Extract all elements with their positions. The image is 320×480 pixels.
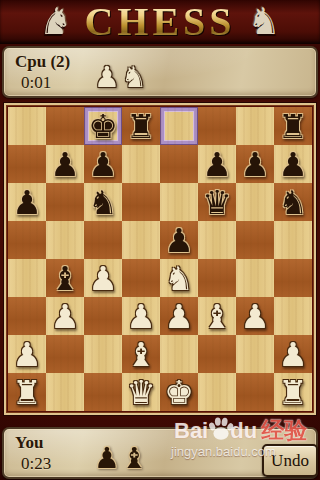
chess-board: ♚♜♜♟♟♟♟♟♟♞♛♞♟♝♟♞♟♟♟♝♟♟♝♟♜♛♚♜ [8, 107, 312, 411]
square-f3[interactable]: ♝ [198, 297, 236, 335]
square-d6[interactable] [122, 183, 160, 221]
white-pawn: ♟ [240, 300, 270, 333]
square-e8[interactable] [160, 107, 198, 145]
white-knight: ♞ [164, 262, 194, 295]
white-queen: ♛ [126, 376, 156, 409]
square-d2[interactable]: ♝ [122, 335, 160, 373]
cpu-captured-tray: ♟♞ [94, 48, 147, 92]
square-c3[interactable] [84, 297, 122, 335]
square-c8[interactable]: ♚ [84, 107, 122, 145]
square-e7[interactable] [160, 145, 198, 183]
square-d7[interactable] [122, 145, 160, 183]
square-b3[interactable]: ♟ [46, 297, 84, 335]
white-pawn: ♟ [12, 338, 42, 371]
square-c1[interactable] [84, 373, 122, 411]
knight-head-icon: ♞ [248, 2, 281, 42]
square-h5[interactable] [274, 221, 312, 259]
square-d1[interactable]: ♛ [122, 373, 160, 411]
square-a1[interactable]: ♜ [8, 373, 46, 411]
white-bishop: ♝ [126, 338, 156, 371]
square-f2[interactable] [198, 335, 236, 373]
square-f4[interactable] [198, 259, 236, 297]
player-bar-cpu: Cpu (2) 0:01 ♟♞ [2, 46, 318, 98]
square-b5[interactable] [46, 221, 84, 259]
cpu-clock: 0:01 [21, 73, 51, 93]
square-b4[interactable]: ♝ [46, 259, 84, 297]
square-d4[interactable] [122, 259, 160, 297]
square-d8[interactable]: ♜ [122, 107, 160, 145]
square-h6[interactable]: ♞ [274, 183, 312, 221]
white-rook: ♜ [278, 376, 308, 409]
title-banner: ♞ CHESS ♞ [0, 0, 320, 44]
board-frame: ♚♜♜♟♟♟♟♟♟♞♛♞♟♝♟♞♟♟♟♝♟♟♝♟♜♛♚♜ [4, 103, 316, 415]
square-f5[interactable] [198, 221, 236, 259]
square-d5[interactable] [122, 221, 160, 259]
square-h4[interactable] [274, 259, 312, 297]
white-pawn: ♟ [278, 338, 308, 371]
square-g6[interactable] [236, 183, 274, 221]
square-h8[interactable]: ♜ [274, 107, 312, 145]
white-pawn: ♟ [88, 262, 118, 295]
square-c2[interactable] [84, 335, 122, 373]
square-f6[interactable]: ♛ [198, 183, 236, 221]
white-rook: ♜ [12, 376, 42, 409]
square-d3[interactable]: ♟ [122, 297, 160, 335]
black-pawn: ♟ [50, 148, 80, 181]
square-h7[interactable]: ♟ [274, 145, 312, 183]
black-knight: ♞ [88, 186, 118, 219]
square-a7[interactable] [8, 145, 46, 183]
you-captured-tray: ♟♝ [94, 429, 147, 473]
square-f1[interactable] [198, 373, 236, 411]
square-c7[interactable]: ♟ [84, 145, 122, 183]
square-h3[interactable] [274, 297, 312, 335]
captured-white-knight: ♞ [121, 63, 147, 92]
black-pawn: ♟ [12, 186, 42, 219]
black-rook: ♜ [278, 110, 308, 143]
square-g8[interactable] [236, 107, 274, 145]
undo-button[interactable]: Undo [262, 444, 318, 477]
square-g2[interactable] [236, 335, 274, 373]
square-g4[interactable] [236, 259, 274, 297]
square-g3[interactable]: ♟ [236, 297, 274, 335]
captured-white-pawn: ♟ [94, 63, 120, 92]
you-clock: 0:23 [21, 454, 51, 474]
square-e2[interactable] [160, 335, 198, 373]
square-a8[interactable] [8, 107, 46, 145]
square-b7[interactable]: ♟ [46, 145, 84, 183]
black-pawn: ♟ [240, 148, 270, 181]
square-c5[interactable] [84, 221, 122, 259]
square-b8[interactable] [46, 107, 84, 145]
square-h1[interactable]: ♜ [274, 373, 312, 411]
square-e6[interactable] [160, 183, 198, 221]
black-rook: ♜ [126, 110, 156, 143]
black-pawn: ♟ [278, 148, 308, 181]
black-pawn: ♟ [202, 148, 232, 181]
black-queen: ♛ [202, 186, 232, 219]
chess-app-window: ♞ CHESS ♞ Cpu (2) 0:01 ♟♞ ♚♜♜♟♟♟♟♟♟♞♛♞♟♝… [0, 0, 320, 480]
square-g7[interactable]: ♟ [236, 145, 274, 183]
square-e5[interactable]: ♟ [160, 221, 198, 259]
square-a4[interactable] [8, 259, 46, 297]
square-b2[interactable] [46, 335, 84, 373]
square-c6[interactable]: ♞ [84, 183, 122, 221]
square-a2[interactable]: ♟ [8, 335, 46, 373]
square-b1[interactable] [46, 373, 84, 411]
square-e3[interactable]: ♟ [160, 297, 198, 335]
square-g5[interactable] [236, 221, 274, 259]
black-king: ♚ [88, 110, 118, 143]
square-a3[interactable] [8, 297, 46, 335]
white-pawn: ♟ [126, 300, 156, 333]
white-king: ♚ [164, 376, 194, 409]
square-h2[interactable]: ♟ [274, 335, 312, 373]
square-a6[interactable]: ♟ [8, 183, 46, 221]
app-title: CHESS [84, 0, 235, 44]
square-a5[interactable] [8, 221, 46, 259]
black-pawn: ♟ [164, 224, 194, 257]
black-pawn: ♟ [88, 148, 118, 181]
square-g1[interactable] [236, 373, 274, 411]
square-f8[interactable] [198, 107, 236, 145]
white-pawn: ♟ [164, 300, 194, 333]
black-knight: ♞ [278, 186, 308, 219]
white-pawn: ♟ [50, 300, 80, 333]
square-e1[interactable]: ♚ [160, 373, 198, 411]
knight-head-icon: ♞ [39, 2, 72, 42]
square-f7[interactable]: ♟ [198, 145, 236, 183]
square-e4[interactable]: ♞ [160, 259, 198, 297]
square-c4[interactable]: ♟ [84, 259, 122, 297]
captured-black-pawn: ♟ [94, 444, 120, 473]
square-b6[interactable] [46, 183, 84, 221]
black-bishop: ♝ [50, 262, 80, 295]
captured-black-bishop: ♝ [121, 444, 147, 473]
cpu-player-name: Cpu (2) [15, 52, 70, 72]
you-player-name: You [15, 433, 43, 453]
white-bishop: ♝ [202, 300, 232, 333]
